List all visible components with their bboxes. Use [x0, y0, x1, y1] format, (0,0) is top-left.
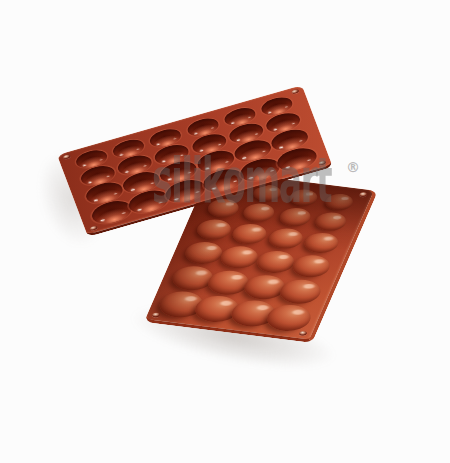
hemisphere-dome [312, 211, 349, 232]
hanging-hole [298, 331, 307, 336]
hanging-hole [291, 89, 299, 95]
hanging-hole [359, 192, 368, 197]
product-photo: silikomart ® [0, 0, 450, 463]
hemisphere-dome [322, 192, 355, 211]
hemisphere-dome [287, 188, 320, 207]
hanging-hole [318, 160, 326, 166]
hemisphere-dome [240, 202, 277, 223]
registered-trademark-icon: ® [346, 159, 360, 175]
hemisphere-dome [289, 253, 334, 279]
hanging-hole [90, 225, 98, 231]
hemisphere-dome [301, 231, 342, 255]
hemisphere-dome [276, 206, 313, 227]
hanging-hole [151, 312, 160, 317]
